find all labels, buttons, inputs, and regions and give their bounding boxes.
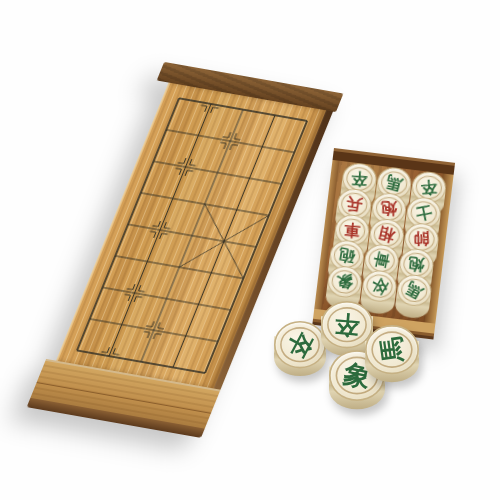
piece-character: 象: [326, 265, 363, 299]
xiangqi-piece-馬: 馬: [394, 273, 433, 321]
product-photo-stage: 卒馬卒兵炮士車相帥砲車炮象卒馬 卒卒象馬: [0, 0, 500, 500]
xiangqi-piece-馬: 馬: [365, 325, 419, 395]
piece-character: 馬: [364, 319, 420, 379]
xiangqi-piece-卒: 卒: [274, 321, 326, 388]
tray-pieces: 卒馬卒兵炮士車相帥砲車炮象卒馬: [321, 161, 443, 323]
